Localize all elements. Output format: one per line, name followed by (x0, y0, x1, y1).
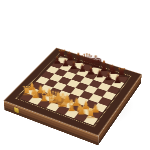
chess-set-product-photo: ♜♞♝♛♚♝♞♜♟♟♟♟♟♟♟♟♟♟♟♟♟♟♟♟♜♞♝♛♚♝♞♜ (0, 0, 150, 150)
brass-clasp (14, 107, 19, 113)
